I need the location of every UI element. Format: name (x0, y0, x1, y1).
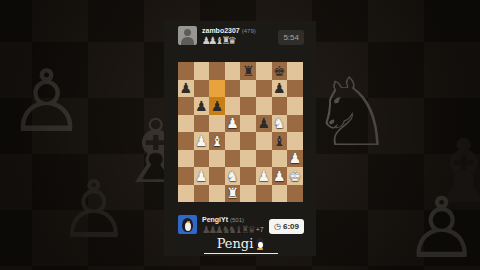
black-pawn-g7[interactable]: ♟ (272, 80, 288, 98)
clock-icon: ◷ (274, 222, 281, 231)
white-pawn-f2[interactable]: ♟ (256, 167, 272, 185)
material-advantage: +7 (256, 226, 264, 233)
white-knight-d2[interactable]: ♞ (225, 167, 241, 185)
square-d8[interactable] (225, 62, 241, 80)
square-b8[interactable] (194, 62, 210, 80)
square-b1[interactable] (194, 185, 210, 203)
square-e2[interactable] (240, 167, 256, 185)
penguin-icon (185, 222, 191, 231)
square-d7[interactable] (225, 80, 241, 98)
square-d5[interactable]: ♟ (225, 115, 241, 133)
square-a6[interactable] (178, 97, 194, 115)
square-e4[interactable] (240, 132, 256, 150)
top-player-clock: 5:54 (278, 30, 304, 45)
square-a5[interactable] (178, 115, 194, 133)
white-pawn-h3[interactable]: ♟ (287, 150, 303, 168)
square-g8[interactable]: ♚ (272, 62, 288, 80)
square-h7[interactable] (287, 80, 303, 98)
square-c8[interactable] (209, 62, 225, 80)
top-player-avatar[interactable] (178, 26, 197, 45)
bottom-player-name[interactable]: PengiYt (501) (202, 216, 244, 223)
top-player-name[interactable]: zambo2307 (479) (202, 27, 256, 34)
penguin-logo-icon (255, 238, 265, 250)
square-h2[interactable]: ♚ (287, 167, 303, 185)
top-player-bar: zambo2307 (479) ♟♟♝♜♛ 5:54 (178, 26, 306, 50)
square-c3[interactable] (209, 150, 225, 168)
square-e6[interactable] (240, 97, 256, 115)
square-b3[interactable] (194, 150, 210, 168)
square-g6[interactable] (272, 97, 288, 115)
bottom-player-avatar[interactable] (178, 215, 197, 234)
square-d6[interactable] (225, 97, 241, 115)
white-king-h2[interactable]: ♚ (287, 167, 303, 185)
black-pawn-a7[interactable]: ♟ (178, 80, 194, 98)
square-c7[interactable] (209, 80, 225, 98)
square-f4[interactable] (256, 132, 272, 150)
square-f8[interactable] (256, 62, 272, 80)
square-b7[interactable] (194, 80, 210, 98)
square-d3[interactable] (225, 150, 241, 168)
white-pawn-d5[interactable]: ♟ (225, 115, 241, 133)
square-g1[interactable] (272, 185, 288, 203)
square-e7[interactable] (240, 80, 256, 98)
bottom-player-captured-pieces: ♟♟♟♞♞♝♜♛+7 (202, 225, 264, 235)
square-b5[interactable] (194, 115, 210, 133)
square-e8[interactable]: ♜ (240, 62, 256, 80)
square-h5[interactable] (287, 115, 303, 133)
black-pawn-b6[interactable]: ♟ (194, 97, 210, 115)
square-f6[interactable] (256, 97, 272, 115)
square-h3[interactable]: ♟ (287, 150, 303, 168)
square-c6[interactable]: ♟ (209, 97, 225, 115)
screenshot-root: ♙♗♙♘♝♙ zambo2307 (479) ♟♟♝♜♛ 5:54 ♜♚♟♟♟♟… (0, 0, 480, 270)
black-rook-e8[interactable]: ♜ (240, 62, 256, 80)
avatar-silhouette-icon (184, 29, 191, 36)
top-player-captured-pieces: ♟♟♝♜♛ (202, 36, 234, 46)
square-h6[interactable] (287, 97, 303, 115)
white-pawn-b4[interactable]: ♟ (194, 132, 210, 150)
white-bishop-c4[interactable]: ♝ (209, 132, 225, 150)
square-e5[interactable] (240, 115, 256, 133)
square-h8[interactable] (287, 62, 303, 80)
chess-board: ♜♚♟♟♟♟♟♟♞♟♝♝♟♟♞♟♟♚♜ (178, 62, 303, 202)
top-player-rating: (479) (242, 28, 256, 34)
square-b4[interactable]: ♟ (194, 132, 210, 150)
white-pawn-b2[interactable]: ♟ (194, 167, 210, 185)
square-c2[interactable] (209, 167, 225, 185)
square-h1[interactable] (287, 185, 303, 203)
square-g3[interactable] (272, 150, 288, 168)
square-c1[interactable] (209, 185, 225, 203)
avatar-silhouette-icon (181, 37, 194, 45)
black-pawn-f5[interactable]: ♟ (256, 115, 272, 133)
square-g2[interactable]: ♟ (272, 167, 288, 185)
square-b6[interactable]: ♟ (194, 97, 210, 115)
square-a2[interactable] (178, 167, 194, 185)
square-e1[interactable] (240, 185, 256, 203)
square-a3[interactable] (178, 150, 194, 168)
square-b2[interactable]: ♟ (194, 167, 210, 185)
square-a8[interactable] (178, 62, 194, 80)
channel-logo: Pengi (204, 237, 278, 254)
bottom-player-clock: ◷ 6:09 (269, 219, 304, 234)
square-g4[interactable]: ♝ (272, 132, 288, 150)
black-pawn-c6[interactable]: ♟ (209, 97, 225, 115)
square-f7[interactable] (256, 80, 272, 98)
square-c5[interactable] (209, 115, 225, 133)
square-f1[interactable] (256, 185, 272, 203)
bottom-player-rating: (501) (230, 217, 244, 223)
white-knight-g5[interactable]: ♞ (272, 115, 288, 133)
penguin-icon (187, 221, 190, 223)
white-rook-d1[interactable]: ♜ (225, 185, 241, 203)
square-g7[interactable]: ♟ (272, 80, 288, 98)
black-king-g8[interactable]: ♚ (272, 62, 288, 80)
square-h4[interactable] (287, 132, 303, 150)
square-a1[interactable] (178, 185, 194, 203)
square-c4[interactable]: ♝ (209, 132, 225, 150)
black-bishop-g4[interactable]: ♝ (272, 132, 288, 150)
square-f5[interactable]: ♟ (256, 115, 272, 133)
square-d1[interactable]: ♜ (225, 185, 241, 203)
square-e3[interactable] (240, 150, 256, 168)
channel-logo-text: Pengi (217, 236, 254, 251)
white-pawn-g2[interactable]: ♟ (272, 167, 288, 185)
square-a4[interactable] (178, 132, 194, 150)
square-f3[interactable] (256, 150, 272, 168)
square-d2[interactable]: ♞ (225, 167, 241, 185)
square-f2[interactable]: ♟ (256, 167, 272, 185)
square-a7[interactable]: ♟ (178, 80, 194, 98)
square-d4[interactable] (225, 132, 241, 150)
square-g5[interactable]: ♞ (272, 115, 288, 133)
